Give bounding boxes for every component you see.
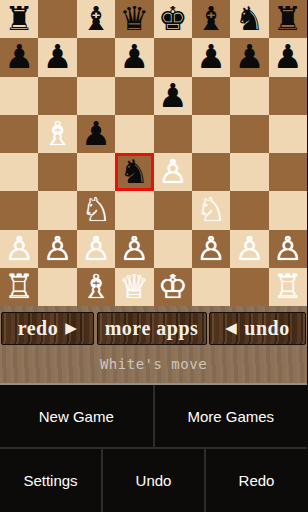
more-apps-button[interactable]: more apps: [97, 312, 207, 345]
square-b5[interactable]: ♗: [38, 115, 76, 153]
square-d4[interactable]: ♞: [115, 153, 153, 191]
square-e3[interactable]: [154, 191, 192, 229]
white-queen-d1: ♕: [120, 268, 150, 306]
undo-button-label: undo: [244, 317, 289, 340]
redo-button[interactable]: redo ▶: [1, 312, 94, 345]
white-pawn-g2: ♙: [235, 230, 265, 268]
chess-app-screen: ♜♝♛♚♝♞♜♟♟♟♟♟♟♟♗♟♞♙♘♘♙♙♙♙♙♙♙♖♗♕♔♖ redo ▶ …: [0, 0, 307, 512]
square-g6[interactable]: [230, 77, 268, 115]
white-pawn-f2: ♙: [196, 230, 226, 268]
redo-button-label: redo: [18, 317, 59, 340]
square-e7[interactable]: [154, 38, 192, 76]
square-c6[interactable]: [77, 77, 115, 115]
square-a4[interactable]: [0, 153, 38, 191]
square-f1[interactable]: [192, 268, 230, 306]
black-knight-g8: ♞: [235, 0, 265, 38]
square-g7[interactable]: ♟: [230, 38, 268, 76]
black-king-e8: ♚: [158, 0, 188, 38]
square-b8[interactable]: [38, 0, 76, 38]
square-h7[interactable]: ♟: [269, 38, 307, 76]
square-b1[interactable]: [38, 268, 76, 306]
square-g2[interactable]: ♙: [230, 230, 268, 268]
square-f8[interactable]: ♝: [192, 0, 230, 38]
square-h8[interactable]: ♜: [269, 0, 307, 38]
square-f3[interactable]: ♘: [192, 191, 230, 229]
black-pawn-c5: ♟: [81, 115, 111, 153]
black-pawn-f7: ♟: [196, 38, 226, 76]
square-a3[interactable]: [0, 191, 38, 229]
square-c7[interactable]: [77, 38, 115, 76]
square-e8[interactable]: ♚: [154, 0, 192, 38]
square-c8[interactable]: ♝: [77, 0, 115, 38]
white-rook-h1: ♖: [273, 268, 303, 306]
square-h1[interactable]: ♖: [269, 268, 307, 306]
square-g8[interactable]: ♞: [230, 0, 268, 38]
square-f7[interactable]: ♟: [192, 38, 230, 76]
square-d2[interactable]: ♙: [115, 230, 153, 268]
black-rook-a8: ♜: [4, 0, 34, 38]
square-g1[interactable]: [230, 268, 268, 306]
menu-row-1: New Game More Games: [0, 385, 307, 447]
menu-panel: New Game More Games Settings Undo Redo: [0, 385, 307, 512]
square-h3[interactable]: [269, 191, 307, 229]
square-g4[interactable]: [230, 153, 268, 191]
square-a2[interactable]: ♙: [0, 230, 38, 268]
black-bishop-c8: ♝: [81, 0, 111, 38]
square-f6[interactable]: [192, 77, 230, 115]
black-pawn-a7: ♟: [4, 38, 34, 76]
square-e1[interactable]: ♔: [154, 268, 192, 306]
square-a5[interactable]: [0, 115, 38, 153]
square-a7[interactable]: ♟: [0, 38, 38, 76]
undo-menu-button[interactable]: Undo: [103, 449, 204, 512]
square-d3[interactable]: [115, 191, 153, 229]
square-c3[interactable]: ♘: [77, 191, 115, 229]
square-e5[interactable]: [154, 115, 192, 153]
square-a8[interactable]: ♜: [0, 0, 38, 38]
square-e2[interactable]: [154, 230, 192, 268]
chess-board: ♜♝♛♚♝♞♜♟♟♟♟♟♟♟♗♟♞♙♘♘♙♙♙♙♙♙♙♖♗♕♔♖: [0, 0, 307, 306]
square-h6[interactable]: [269, 77, 307, 115]
black-bishop-f8: ♝: [196, 0, 226, 38]
white-rook-a1: ♖: [4, 268, 34, 306]
square-e4[interactable]: ♙: [154, 153, 192, 191]
square-h5[interactable]: [269, 115, 307, 153]
black-pawn-b7: ♟: [43, 38, 73, 76]
square-g5[interactable]: [230, 115, 268, 153]
square-b2[interactable]: ♙: [38, 230, 76, 268]
black-pawn-e6: ♟: [158, 77, 188, 115]
square-e6[interactable]: ♟: [154, 77, 192, 115]
black-queen-d8: ♛: [120, 0, 150, 38]
white-pawn-b2: ♙: [43, 230, 73, 268]
square-d1[interactable]: ♕: [115, 268, 153, 306]
square-c5[interactable]: ♟: [77, 115, 115, 153]
square-d8[interactable]: ♛: [115, 0, 153, 38]
settings-button[interactable]: Settings: [0, 449, 101, 512]
white-pawn-h2: ♙: [273, 230, 303, 268]
square-b7[interactable]: ♟: [38, 38, 76, 76]
white-bishop-c1: ♗: [81, 268, 111, 306]
square-f5[interactable]: [192, 115, 230, 153]
white-knight-c3: ♘: [81, 191, 111, 229]
white-pawn-d2: ♙: [120, 230, 150, 268]
redo-menu-button[interactable]: Redo: [206, 449, 307, 512]
square-d7[interactable]: ♟: [115, 38, 153, 76]
undo-button[interactable]: ◀ undo: [209, 312, 306, 345]
white-bishop-b5: ♗: [43, 115, 73, 153]
status-bar: White's move: [0, 345, 307, 383]
toolbar: redo ▶ more apps ◀ undo: [0, 306, 307, 345]
square-d5[interactable]: [115, 115, 153, 153]
more-games-button[interactable]: More Games: [155, 385, 308, 447]
square-b4[interactable]: [38, 153, 76, 191]
square-c4[interactable]: [77, 153, 115, 191]
undo-arrow-icon: ◀: [225, 321, 237, 336]
more-apps-button-label: more apps: [105, 317, 199, 340]
square-b6[interactable]: [38, 77, 76, 115]
white-king-e1: ♔: [158, 268, 188, 306]
square-f4[interactable]: [192, 153, 230, 191]
square-c1[interactable]: ♗: [77, 268, 115, 306]
square-g3[interactable]: [230, 191, 268, 229]
square-f2[interactable]: ♙: [192, 230, 230, 268]
black-pawn-d7: ♟: [120, 38, 150, 76]
black-rook-h8: ♜: [273, 0, 303, 38]
square-d6[interactable]: [115, 77, 153, 115]
white-pawn-e4: ♙: [158, 153, 188, 191]
square-h4[interactable]: [269, 153, 307, 191]
control-strip: redo ▶ more apps ◀ undo White's move: [0, 306, 307, 383]
turn-indicator-text: White's move: [100, 356, 207, 372]
square-a6[interactable]: [0, 77, 38, 115]
white-pawn-c2: ♙: [81, 230, 111, 268]
square-h2[interactable]: ♙: [269, 230, 307, 268]
white-knight-f3: ♘: [196, 191, 226, 229]
black-pawn-g7: ♟: [235, 38, 265, 76]
square-a1[interactable]: ♖: [0, 268, 38, 306]
black-pawn-h7: ♟: [273, 38, 303, 76]
square-c2[interactable]: ♙: [77, 230, 115, 268]
redo-arrow-icon: ▶: [65, 321, 77, 336]
square-b3[interactable]: [38, 191, 76, 229]
new-game-button[interactable]: New Game: [0, 385, 153, 447]
menu-row-2: Settings Undo Redo: [0, 449, 307, 512]
white-pawn-a2: ♙: [4, 230, 34, 268]
black-knight-d4: ♞: [120, 153, 150, 191]
